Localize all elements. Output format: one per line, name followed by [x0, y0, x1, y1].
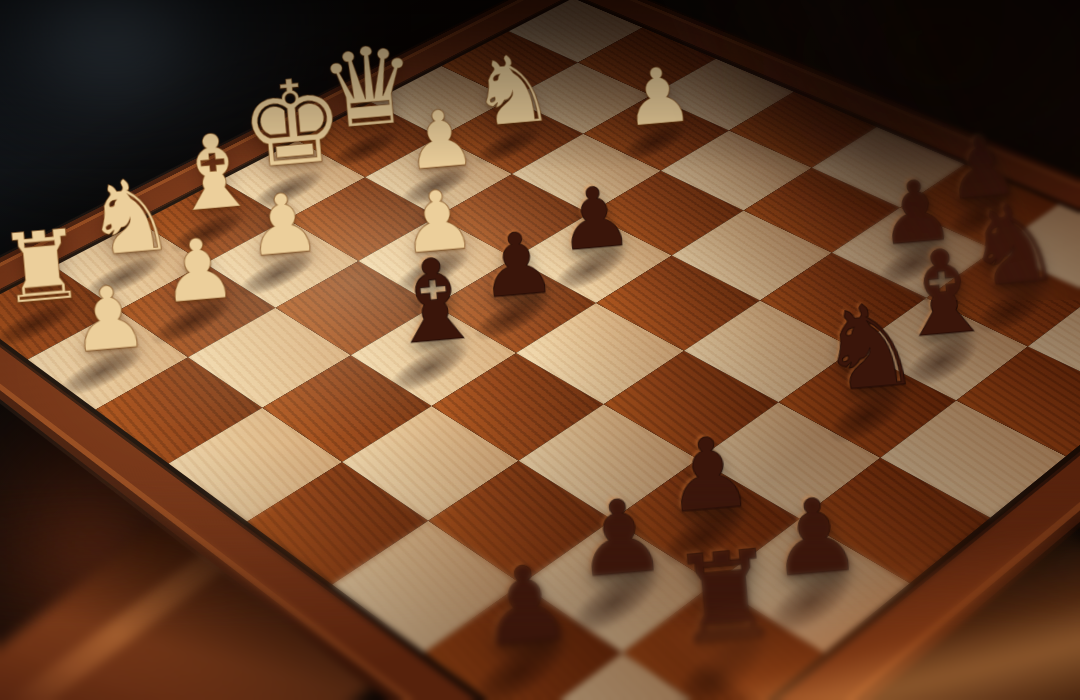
chess-photo: ♜♞♝♚♛♟♟♟♟♞♟♟♝♟♟♟♟♟♟♟♞♝♞♜♟ — [0, 0, 1080, 700]
black-bishop-icon: ♝ — [342, 238, 526, 366]
white-pawn-icon: ♟ — [19, 268, 198, 370]
black-pawn-icon: ♟ — [417, 544, 634, 667]
